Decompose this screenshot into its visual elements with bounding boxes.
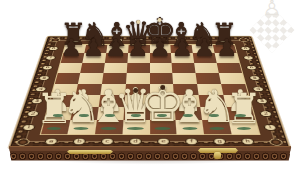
file-label-front-g: g: [213, 138, 225, 144]
rank-label-right-7: 7: [243, 56, 252, 60]
rank-label-right-5: 5: [249, 76, 259, 80]
rank-label-left-5: 5: [39, 76, 49, 80]
file-label-back-b: b: [92, 38, 100, 41]
corner-rosette-1: [49, 37, 60, 41]
file-label-front-a: a: [45, 138, 57, 144]
rank-label-right-2: 2: [260, 111, 271, 116]
rank-label-right-6: 6: [246, 65, 256, 69]
rank-label-left-8: 8: [48, 46, 57, 49]
file-label-back-e: e: [156, 38, 164, 41]
rank-label-right-1: 1: [264, 124, 276, 129]
chess-board: aabbccddeeffgghh1122334455667788: [9, 36, 289, 148]
file-label-back-f: f: [176, 38, 184, 41]
file-label-front-b: b: [73, 138, 85, 144]
file-label-front-e: e: [158, 138, 169, 144]
corner-rosette-3: [15, 138, 30, 145]
file-label-front-h: h: [241, 138, 253, 144]
corner-rosette-4: [268, 138, 283, 145]
corner-rosette-2: [238, 37, 249, 41]
rank-label-right-8: 8: [241, 46, 250, 49]
rank-label-left-2: 2: [27, 111, 38, 116]
rank-label-left-7: 7: [45, 56, 54, 60]
file-label-back-c: c: [113, 38, 121, 41]
file-label-front-f: f: [186, 138, 197, 144]
rank-label-left-4: 4: [35, 87, 45, 91]
file-label-back-g: g: [197, 38, 205, 41]
file-label-back-a: a: [71, 38, 80, 41]
finial-tip: [158, 18, 162, 22]
board-coordinates: aabbccddeeffgghh1122334455667788: [9, 36, 289, 148]
finial-tip: [136, 20, 140, 24]
file-label-front-c: c: [101, 138, 112, 144]
board-side-edge: [9, 146, 291, 161]
rank-label-left-1: 1: [22, 124, 34, 129]
pawn-icon: ♙: [263, 0, 282, 19]
brass-latch-left: [67, 150, 113, 155]
file-label-front-d: d: [130, 138, 141, 144]
brass-latch-tab: [214, 152, 221, 159]
file-label-back-h: h: [218, 38, 227, 41]
file-label-back-d: d: [135, 38, 143, 41]
rank-label-left-6: 6: [42, 65, 52, 69]
rank-label-right-3: 3: [256, 98, 267, 103]
chess-set-photo: ♙ aabbccddeeffgghh1122334455667788 ♜♞♝♛♚…: [0, 0, 300, 171]
rank-label-right-4: 4: [253, 87, 263, 91]
rank-label-left-3: 3: [31, 98, 42, 103]
